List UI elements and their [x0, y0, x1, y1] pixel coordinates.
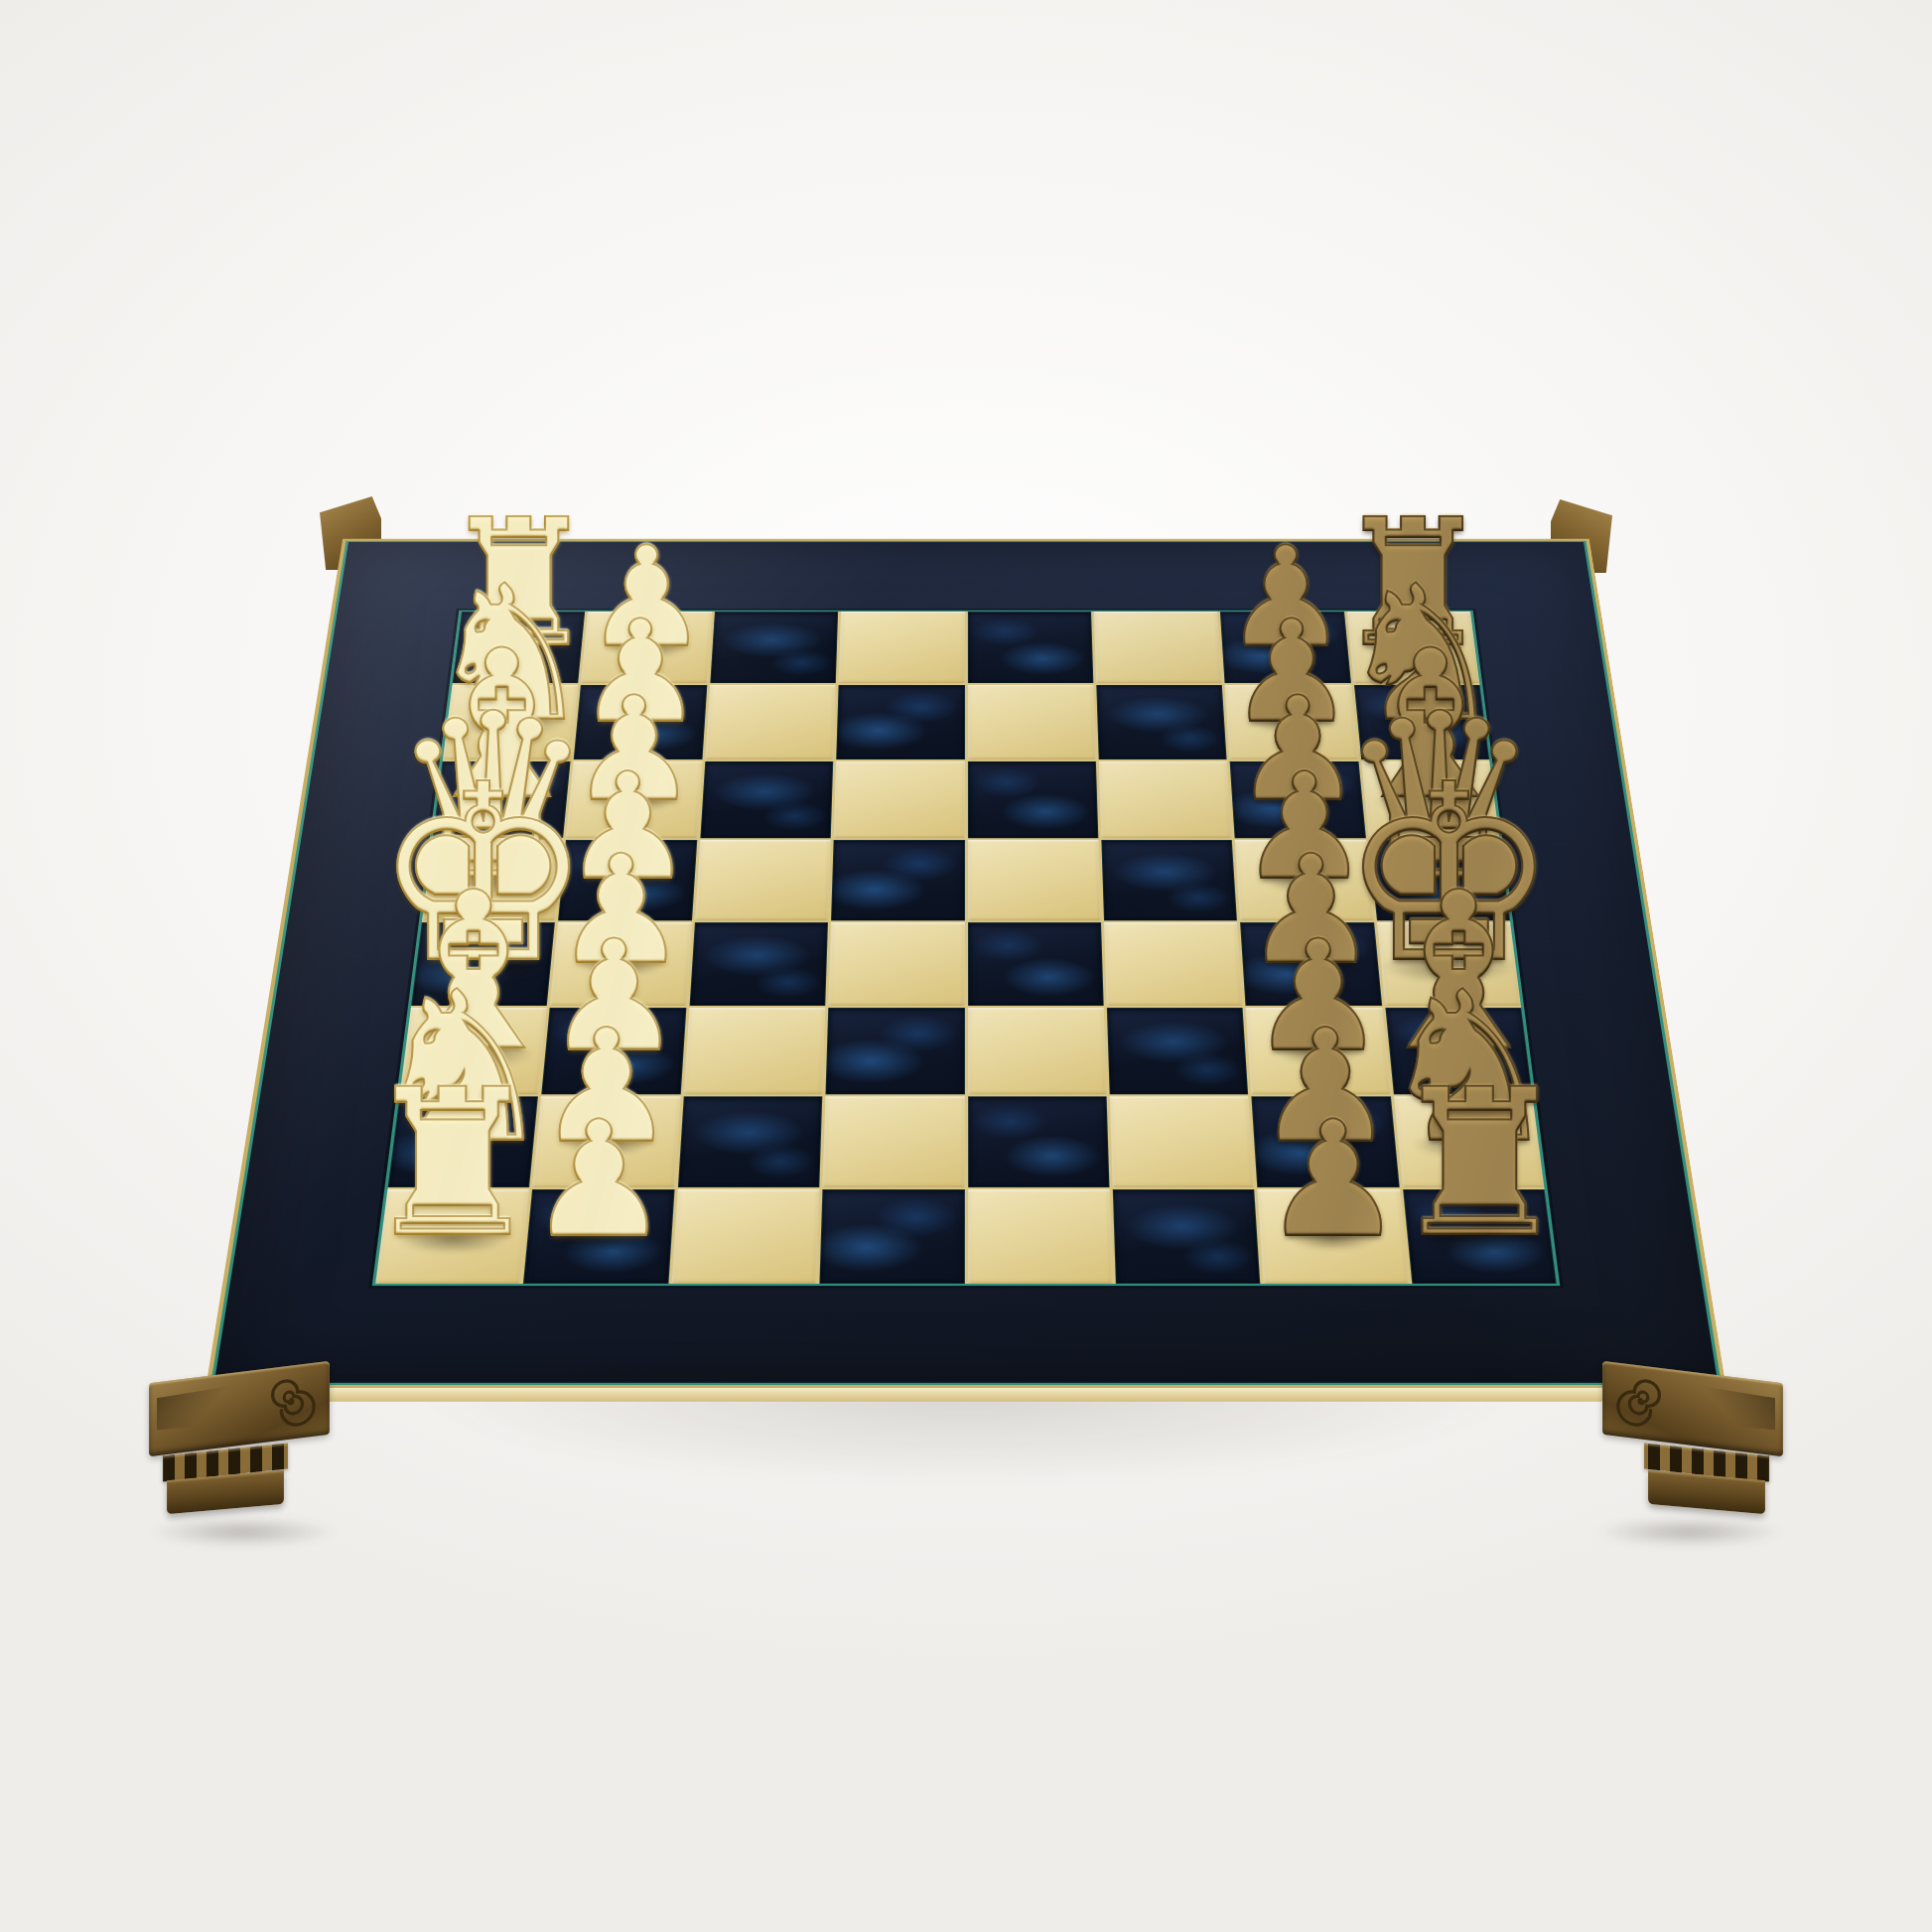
- square[interactable]: [1099, 761, 1232, 839]
- piece-wP[interactable]: ♟: [527, 1100, 670, 1260]
- square[interactable]: [1107, 1008, 1249, 1095]
- piece-bR[interactable]: ♜: [1388, 1062, 1570, 1266]
- square[interactable]: [967, 761, 1098, 839]
- square[interactable]: [1110, 1097, 1255, 1187]
- square[interactable]: [968, 922, 1104, 1006]
- board-leg-near-right: [1594, 1372, 1783, 1531]
- square[interactable]: [968, 1008, 1107, 1095]
- square[interactable]: [968, 1189, 1113, 1284]
- square[interactable]: [671, 1189, 819, 1284]
- square[interactable]: [689, 922, 828, 1006]
- square[interactable]: [831, 840, 964, 920]
- square[interactable]: [967, 612, 1093, 683]
- square[interactable]: [823, 1097, 965, 1187]
- square[interactable]: [967, 840, 1100, 920]
- square[interactable]: [1094, 612, 1222, 683]
- square[interactable]: [839, 612, 965, 683]
- board-leg-near-left: [149, 1372, 338, 1531]
- square[interactable]: [968, 1097, 1110, 1187]
- leg-volute-icon: [1602, 1361, 1783, 1456]
- square[interactable]: [1113, 1189, 1261, 1284]
- square[interactable]: [710, 612, 838, 683]
- square[interactable]: [678, 1097, 823, 1187]
- leg-volute-icon: [149, 1361, 330, 1456]
- square[interactable]: [826, 1008, 965, 1095]
- square[interactable]: [820, 1189, 965, 1284]
- square[interactable]: [705, 685, 836, 759]
- square[interactable]: [836, 685, 964, 759]
- square[interactable]: [967, 685, 1095, 759]
- square[interactable]: [1096, 685, 1227, 759]
- square[interactable]: [828, 922, 964, 1006]
- square[interactable]: [695, 840, 831, 920]
- square[interactable]: [834, 761, 965, 839]
- piece-bP[interactable]: ♟: [1261, 1100, 1404, 1260]
- square[interactable]: [700, 761, 833, 839]
- square[interactable]: [684, 1008, 826, 1095]
- board-side-face: [202, 1388, 1731, 1402]
- square[interactable]: [1101, 840, 1237, 920]
- square[interactable]: [1104, 922, 1243, 1006]
- piece-wR[interactable]: ♜: [361, 1062, 543, 1266]
